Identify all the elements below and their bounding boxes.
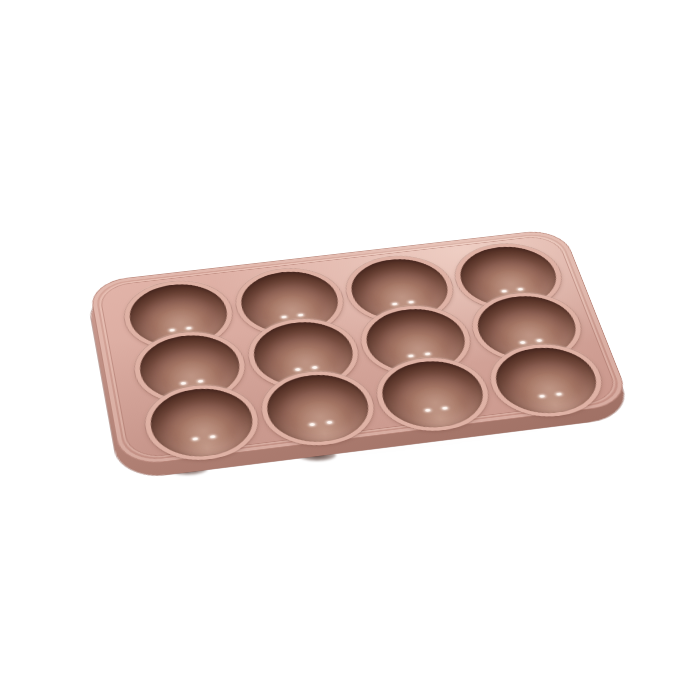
pan-surface [88, 228, 632, 467]
product-photo-scene [0, 0, 700, 700]
pan-body [88, 228, 632, 467]
muffin-cup-r3c4 [474, 344, 606, 412]
muffin-cup-r3c1 [132, 384, 261, 454]
muffin-cup-r3c3 [361, 357, 492, 426]
muffin-cup-r3c2 [247, 371, 377, 440]
muffin-pan [103, 199, 603, 484]
